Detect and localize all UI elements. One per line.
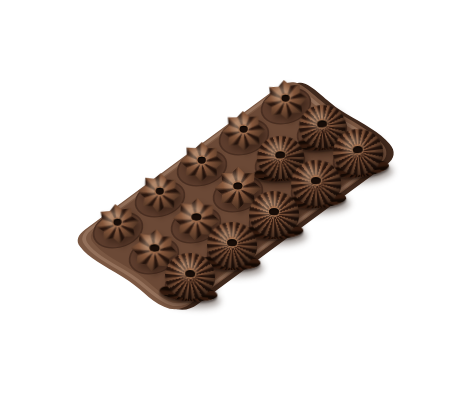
bundt-center-hole bbox=[113, 218, 122, 226]
bundt-center-hole bbox=[191, 213, 201, 221]
bundt-center-hole bbox=[227, 239, 237, 247]
bundt-center-hole bbox=[198, 157, 207, 164]
bundt-center-hole bbox=[352, 145, 363, 154]
bundt-center-hole bbox=[149, 244, 159, 252]
bundt-center-hole bbox=[281, 94, 290, 101]
bundt-center-hole bbox=[311, 177, 321, 185]
bundt-center-hole bbox=[156, 187, 165, 194]
bundt-center-hole bbox=[269, 208, 279, 216]
bundt-center-hole bbox=[239, 125, 248, 132]
bundt-center-hole bbox=[275, 151, 285, 159]
bundt-center-hole bbox=[185, 269, 196, 278]
product-photo bbox=[0, 0, 450, 400]
bundt-center-hole bbox=[233, 182, 242, 189]
kugelhopf-bundt-body bbox=[163, 251, 217, 301]
chocolate-piece-r3c1-kugelhopf bbox=[163, 251, 217, 301]
bundt-center-hole bbox=[317, 120, 327, 128]
chocolate-pieces-layer bbox=[0, 0, 450, 400]
